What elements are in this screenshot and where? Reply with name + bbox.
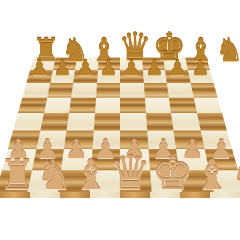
piece-c7: ♟ — [76, 58, 95, 79]
piece-f7: ♟ — [145, 58, 164, 79]
chess-set-photo: ♜♞♝♛♚♝♞♜ ♟♟♟♟♟♟♟♟ ♟♟♟♟♟♟♟♟ ♜♞♝♛♚♝♞♜ — [0, 0, 240, 240]
piece-d7: ♟ — [99, 58, 118, 79]
square-h4 — [197, 113, 227, 130]
piece-e1: ♚ — [151, 149, 193, 196]
piece-e7: ♟ — [122, 58, 141, 79]
piece-b1: ♞ — [36, 155, 73, 196]
near-back-rank-pieces: ♜♞♝♛♚♝♞♜ — [0, 142, 240, 196]
piece-g1: ♞ — [230, 155, 240, 196]
square-b5 — [44, 97, 72, 113]
square-b4 — [40, 113, 69, 130]
square-d5 — [95, 97, 121, 113]
piece-f1: ♝ — [194, 155, 231, 196]
square-a4 — [13, 113, 43, 130]
piece-b7: ♟ — [53, 58, 72, 79]
piece-d1: ♛ — [109, 149, 151, 196]
square-b6 — [47, 83, 73, 97]
square-g5 — [169, 97, 197, 113]
square-c4 — [67, 113, 95, 130]
square-h5 — [193, 97, 222, 113]
square-e5 — [120, 97, 146, 113]
piece-g8: ♞ — [215, 34, 240, 66]
square-c5 — [69, 97, 96, 113]
square-e4 — [120, 113, 147, 130]
square-d4 — [93, 113, 120, 130]
piece-a1: ♜ — [0, 155, 36, 196]
square-e6 — [120, 83, 144, 97]
square-h6 — [190, 83, 217, 97]
piece-c1: ♝ — [73, 155, 110, 196]
square-a5 — [18, 97, 47, 113]
piece-g7: ♟ — [168, 58, 187, 79]
square-c6 — [71, 83, 96, 97]
square-a6 — [22, 83, 49, 97]
square-f6 — [143, 83, 168, 97]
piece-a7: ♟ — [30, 58, 49, 79]
square-f5 — [144, 97, 171, 113]
piece-h7: ♟ — [191, 58, 210, 79]
square-f4 — [146, 113, 174, 130]
square-g4 — [171, 113, 200, 130]
far-pawn-rank-pieces: ♟♟♟♟♟♟♟♟ — [28, 52, 212, 79]
square-d6 — [96, 83, 120, 97]
square-g6 — [167, 83, 193, 97]
